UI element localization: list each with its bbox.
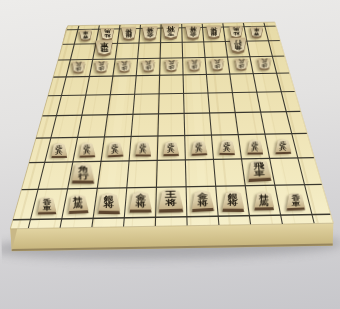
- piece-face: 金将: [128, 192, 151, 210]
- piece-face: 歩兵: [274, 139, 291, 152]
- piece-fu-1c[interactable]: 歩兵: [257, 58, 271, 71]
- piece-face: 歩兵: [190, 140, 207, 154]
- piece-kyo-1i[interactable]: 香車: [285, 192, 305, 211]
- piece-kanji-label: 歩兵: [214, 60, 222, 69]
- piece-kanji-label: 飛車: [252, 162, 266, 177]
- piece-kanji-label: 歩兵: [191, 60, 199, 68]
- piece-kanji-label: 歩兵: [237, 60, 245, 68]
- piece-fu-9g[interactable]: 歩兵: [51, 143, 68, 158]
- piece-fu-8g[interactable]: 歩兵: [79, 142, 96, 158]
- piece-kanji-label: 歩兵: [260, 59, 267, 67]
- piece-face: 金将: [185, 25, 201, 38]
- piece-kanji-label: 金将: [134, 194, 147, 208]
- piece-fu-2c[interactable]: 歩兵: [234, 59, 248, 72]
- piece-kanji-label: 王将: [164, 191, 178, 207]
- piece-kanji-label: 香車: [42, 199, 53, 211]
- piece-kin-4i[interactable]: 金将: [190, 190, 214, 213]
- piece-gin-7i[interactable]: 銀将: [97, 192, 120, 213]
- piece-kanji-label: 歩兵: [250, 142, 259, 152]
- piece-fu-4g[interactable]: 歩兵: [190, 140, 207, 156]
- piece-kanji-label: 銀将: [103, 195, 116, 209]
- piece-kanji-label: 香車: [253, 27, 260, 35]
- piece-hisha-8b[interactable]: 飛車: [95, 40, 114, 57]
- piece-kei-2i[interactable]: 桂馬: [254, 191, 275, 211]
- piece-kei-8i[interactable]: 桂馬: [67, 194, 89, 214]
- piece-gin-3i[interactable]: 銀将: [222, 190, 245, 211]
- piece-fu-9c[interactable]: 歩兵: [71, 61, 85, 74]
- piece-face: 桂馬: [254, 191, 275, 208]
- piece-fu-4c[interactable]: 歩兵: [188, 59, 202, 72]
- piece-kin-4a[interactable]: 金将: [185, 25, 201, 40]
- piece-kanji-label: 歩兵: [194, 142, 203, 152]
- piece-kanji-label: 香車: [290, 194, 301, 206]
- piece-face: 歩兵: [219, 140, 236, 153]
- piece-kanji-label: 歩兵: [278, 141, 287, 151]
- piece-kanji-label: 桂馬: [103, 29, 111, 38]
- piece-kanji-label: 金将: [188, 26, 197, 36]
- piece-kanji-label: 歩兵: [139, 143, 148, 153]
- piece-face: 銀将: [97, 192, 120, 210]
- piece-kyo-1a[interactable]: 香車: [250, 26, 263, 38]
- piece-fu-6g[interactable]: 歩兵: [135, 142, 152, 157]
- piece-kanji-label: 桂馬: [231, 27, 239, 36]
- piece-gyoku-5a[interactable]: 玉将: [162, 24, 180, 41]
- piece-fu-6c[interactable]: 歩兵: [141, 60, 155, 73]
- piece-kyo-9a[interactable]: 香車: [78, 29, 92, 42]
- piece-fu-5c[interactable]: 歩兵: [164, 60, 178, 73]
- piece-face: 飛車: [247, 159, 272, 179]
- piece-face: 歩兵: [79, 142, 96, 155]
- piece-kanji-label: 歩兵: [168, 61, 175, 69]
- piece-kanji-label: 歩兵: [74, 62, 82, 70]
- piece-kin-6i[interactable]: 金将: [128, 192, 151, 214]
- piece-gin-3a[interactable]: 銀将: [206, 25, 222, 40]
- piece-kanji-label: 角行: [77, 165, 90, 179]
- piece-kanji-label: 歩兵: [55, 145, 64, 155]
- piece-kanji-label: 金将: [145, 27, 154, 37]
- piece-kanji-label: 銀将: [227, 193, 239, 207]
- photo-background: 香車桂馬銀将金将玉将金将銀将桂馬香車飛車角行歩兵歩兵歩兵歩兵歩兵歩兵歩兵歩兵歩兵…: [0, 0, 340, 309]
- piece-face: 金将: [190, 190, 214, 209]
- piece-face: 香車: [250, 26, 263, 36]
- board-group: 香車桂馬銀将金将玉将金将銀将桂馬香車飛車角行歩兵歩兵歩兵歩兵歩兵歩兵歩兵歩兵歩兵…: [0, 0, 340, 309]
- piece-face: 歩兵: [163, 141, 180, 154]
- piece-kanji-label: 歩兵: [98, 62, 105, 70]
- piece-kyo-9i[interactable]: 香車: [37, 197, 57, 215]
- piece-ou-5i[interactable]: 王将: [158, 188, 184, 212]
- piece-kanji-label: 玉将: [166, 25, 176, 36]
- piece-face: 歩兵: [51, 143, 68, 156]
- piece-kanji-label: 銀将: [124, 28, 133, 38]
- piece-kanji-label: 角行: [233, 39, 243, 50]
- piece-fu-3g[interactable]: 歩兵: [219, 140, 236, 156]
- piece-face: 香車: [285, 192, 305, 208]
- piece-face: 歩兵: [135, 142, 152, 155]
- piece-kanji-label: 金将: [195, 193, 208, 208]
- piece-face: 角行: [71, 163, 95, 181]
- piece-face: 香車: [37, 197, 57, 212]
- piece-face: 歩兵: [234, 59, 248, 70]
- piece-kanji-label: 銀将: [210, 26, 219, 36]
- piece-kanji-label: 香車: [81, 30, 89, 38]
- piece-kanji-label: 歩兵: [167, 143, 176, 153]
- piece-fu-7c[interactable]: 歩兵: [118, 60, 132, 73]
- piece-kanji-label: 歩兵: [222, 142, 231, 152]
- piece-face: 銀将: [222, 190, 245, 208]
- piece-face: 桂馬: [67, 194, 88, 211]
- piece-fu-2g[interactable]: 歩兵: [247, 140, 264, 155]
- piece-fu-7g[interactable]: 歩兵: [107, 142, 124, 158]
- piece-kanji-label: 歩兵: [83, 144, 92, 154]
- piece-kanji-label: 歩兵: [144, 61, 152, 70]
- piece-kanji-label: 桂馬: [258, 194, 269, 207]
- piece-fu-1g[interactable]: 歩兵: [274, 139, 291, 155]
- piece-fu-5g[interactable]: 歩兵: [163, 141, 180, 156]
- piece-face: 王将: [158, 188, 184, 209]
- piece-gin-7a[interactable]: 銀将: [120, 26, 136, 41]
- piece-face: 歩兵: [107, 142, 124, 156]
- piece-fu-3c[interactable]: 歩兵: [211, 59, 225, 72]
- pieces-layer: 香車桂馬銀将金将玉将金将銀将桂馬香車飛車角行歩兵歩兵歩兵歩兵歩兵歩兵歩兵歩兵歩兵…: [0, 0, 340, 309]
- piece-kin-6a[interactable]: 金将: [141, 26, 158, 41]
- piece-kaku-8h[interactable]: 角行: [71, 163, 95, 185]
- piece-kanji-label: 桂馬: [72, 197, 84, 210]
- piece-face: 銀将: [120, 26, 136, 39]
- piece-face: 玉将: [162, 24, 180, 38]
- piece-kanji-label: 飛車: [99, 41, 109, 52]
- piece-fu-8c[interactable]: 歩兵: [95, 61, 109, 74]
- piece-kanji-label: 歩兵: [111, 144, 120, 154]
- piece-hisha-2h[interactable]: 飛車: [247, 159, 272, 182]
- piece-kanji-label: 歩兵: [121, 62, 129, 70]
- piece-kaku-2b[interactable]: 角行: [229, 38, 247, 55]
- piece-face: 歩兵: [247, 140, 264, 153]
